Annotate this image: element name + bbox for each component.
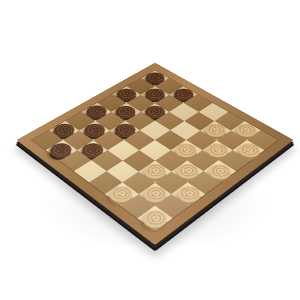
product-photo [0,0,300,300]
